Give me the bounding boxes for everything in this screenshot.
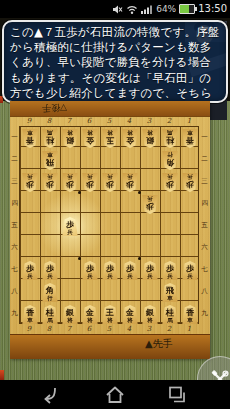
- star-point: [138, 257, 142, 261]
- rank-label: 二: [199, 148, 210, 170]
- rank-label: 三: [199, 170, 210, 192]
- star-point: [138, 191, 142, 195]
- rank-label: 四: [199, 192, 210, 214]
- back-button[interactable]: [39, 384, 61, 406]
- file-label: 1: [179, 116, 199, 126]
- tools-button[interactable]: [197, 356, 230, 380]
- piece-2三[interactable]: 歩兵: [162, 173, 178, 192]
- piece-6三[interactable]: 歩兵: [82, 173, 98, 192]
- piece-7一[interactable]: 銀将: [62, 129, 78, 148]
- piece-2七[interactable]: 歩兵: [162, 261, 178, 280]
- rank-label: 一: [10, 126, 19, 148]
- piece-4一[interactable]: 金将: [122, 129, 138, 148]
- piece-3四[interactable]: 歩兵: [142, 195, 158, 214]
- file-label: 7: [59, 116, 79, 126]
- piece-1七[interactable]: 歩兵: [182, 261, 198, 280]
- piece-3九[interactable]: 銀将: [142, 305, 158, 324]
- piece-3七[interactable]: 歩兵: [142, 261, 158, 280]
- piece-2八[interactable]: 飛車: [162, 283, 178, 302]
- rank-label: 六: [10, 236, 19, 258]
- file-label: 1: [179, 324, 199, 334]
- sente-label: ▲先手: [145, 338, 173, 350]
- rank-label: 五: [199, 214, 210, 236]
- file-label: 8: [39, 116, 59, 126]
- rank-label: 九: [10, 302, 19, 324]
- board-grid[interactable]: 香車桂馬銀将金将玉将金将銀将桂馬香車飛車角行歩兵歩兵歩兵歩兵歩兵歩兵歩兵歩兵歩兵…: [19, 126, 199, 324]
- piece-7九[interactable]: 銀将: [62, 305, 78, 324]
- piece-5七[interactable]: 歩兵: [102, 261, 118, 280]
- file-label: 4: [119, 324, 139, 334]
- piece-4三[interactable]: 歩兵: [122, 173, 138, 192]
- file-label: 6: [79, 116, 99, 126]
- nav-bar: [0, 380, 230, 409]
- piece-7五[interactable]: 歩兵: [62, 217, 78, 236]
- piece-5三[interactable]: 歩兵: [102, 173, 118, 192]
- status-bar: 64% 13:50: [0, 0, 230, 18]
- piece-2二[interactable]: 角行: [162, 151, 178, 170]
- rank-label: 五: [10, 214, 19, 236]
- file-label: 3: [139, 324, 159, 334]
- wifi-icon: [126, 4, 138, 15]
- bubble-text: この▲７五歩が石田流の特徴です。序盤から積極的に仕掛けるパターンも数多くあり、早…: [10, 25, 221, 103]
- home-button[interactable]: [104, 384, 126, 406]
- rank-label: 八: [10, 280, 19, 302]
- piece-5一[interactable]: 玉将: [102, 129, 118, 148]
- piece-8七[interactable]: 歩兵: [42, 261, 58, 280]
- tools-icon: [209, 368, 230, 380]
- rank-label: 六: [199, 236, 210, 258]
- file-label: 3: [139, 116, 159, 126]
- piece-6一[interactable]: 金将: [82, 129, 98, 148]
- piece-8三[interactable]: 歩兵: [42, 173, 58, 192]
- piece-8九[interactable]: 桂馬: [42, 305, 58, 324]
- rank-labels-left: 一二三四五六七八九: [10, 126, 19, 324]
- rank-label: 四: [10, 192, 19, 214]
- tatami-edge-accent: [0, 370, 4, 380]
- speech-bubble[interactable]: この▲７五歩が石田流の特徴です。序盤から積極的に仕掛けるパターンも数多くあり、早…: [2, 20, 228, 103]
- piece-2一[interactable]: 桂馬: [162, 129, 178, 148]
- rank-label: 一: [199, 126, 210, 148]
- rank-label: 九: [199, 302, 210, 324]
- piece-4九[interactable]: 金将: [122, 305, 138, 324]
- file-label: 2: [159, 324, 179, 334]
- file-label: 5: [99, 116, 119, 126]
- recents-button[interactable]: [166, 384, 188, 406]
- piece-6七[interactable]: 歩兵: [82, 261, 98, 280]
- piece-8一[interactable]: 桂馬: [42, 129, 58, 148]
- board-frame-bottom: ▲先手: [10, 334, 210, 359]
- file-label: 7: [59, 324, 79, 334]
- star-point: [78, 191, 82, 195]
- file-labels-bottom: 987654321: [19, 324, 199, 334]
- piece-3一[interactable]: 銀将: [142, 129, 158, 148]
- file-label: 2: [159, 116, 179, 126]
- piece-2九[interactable]: 桂馬: [162, 305, 178, 324]
- piece-1三[interactable]: 歩兵: [182, 173, 198, 192]
- file-label: 9: [19, 324, 39, 334]
- piece-9一[interactable]: 香車: [22, 129, 38, 148]
- board-frame-top: ▽後手: [10, 101, 210, 117]
- rank-label: 七: [10, 258, 19, 280]
- clock: 13:50: [198, 4, 227, 14]
- piece-6九[interactable]: 金将: [82, 305, 98, 324]
- file-label: 5: [99, 324, 119, 334]
- piece-7三[interactable]: 歩兵: [62, 173, 78, 192]
- piece-9三[interactable]: 歩兵: [22, 173, 38, 192]
- piece-5九[interactable]: 王将: [102, 305, 118, 324]
- piece-4七[interactable]: 歩兵: [122, 261, 138, 280]
- battery-icon: [179, 4, 195, 14]
- mute-icon: [112, 4, 123, 15]
- battery-percent: 64%: [156, 4, 176, 14]
- gote-label: ▽後手: [42, 102, 67, 114]
- piece-8二[interactable]: 飛車: [42, 151, 58, 170]
- piece-1九[interactable]: 香車: [182, 305, 198, 324]
- file-label: 6: [79, 324, 99, 334]
- piece-9七[interactable]: 歩兵: [22, 261, 38, 280]
- app-area: この▲７五歩が石田流の特徴です。序盤から積極的に仕掛けるパターンも数多くあり、早…: [0, 18, 230, 380]
- rank-labels-right: 一二三四五六七八九: [199, 126, 210, 324]
- file-label: 9: [19, 116, 39, 126]
- shogi-board: ▽後手 987654321 一二三四五六七八九 香車桂馬銀将金将玉将金将銀将桂馬…: [10, 101, 210, 358]
- file-label: 8: [39, 324, 59, 334]
- rank-label: 七: [199, 258, 210, 280]
- rank-label: 二: [10, 148, 19, 170]
- rank-label: 三: [10, 170, 19, 192]
- file-labels-top: 987654321: [19, 116, 199, 126]
- signal-icon: [141, 4, 153, 15]
- file-label: 4: [119, 116, 139, 126]
- piece-8八[interactable]: 角行: [42, 283, 58, 302]
- piece-1一[interactable]: 香車: [182, 129, 198, 148]
- rank-label: 八: [199, 280, 210, 302]
- star-point: [78, 257, 82, 261]
- piece-9九[interactable]: 香車: [22, 305, 38, 324]
